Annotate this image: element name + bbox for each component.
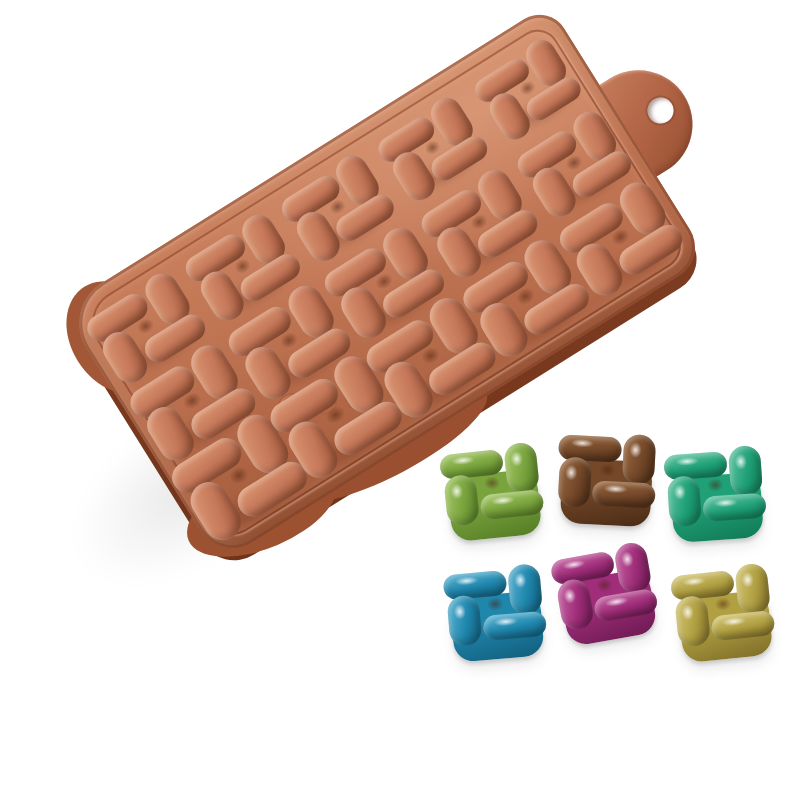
knot-lobe	[702, 493, 767, 522]
gloss-highlight	[490, 615, 522, 628]
knot-lobe	[482, 611, 547, 641]
knot-lobe	[443, 474, 480, 527]
gloss-highlight	[718, 615, 751, 629]
knot-lobe	[710, 610, 775, 641]
gloss-highlight	[560, 584, 579, 607]
gloss-highlight	[600, 483, 632, 495]
gloss-highlight	[487, 494, 520, 508]
hanging-hole	[643, 93, 679, 129]
knot-lobe	[507, 563, 543, 616]
gloss-highlight	[566, 437, 598, 449]
gloss-highlight	[671, 455, 703, 468]
gloss-highlight	[710, 497, 742, 510]
knot-lobe	[558, 457, 592, 509]
gloss-highlight	[511, 570, 529, 592]
knot-lobe	[591, 480, 655, 508]
gloss-highlight	[671, 481, 688, 503]
knot-lobe	[674, 595, 711, 648]
knot-lobe	[728, 445, 763, 497]
magenta-candy	[547, 538, 664, 650]
candy-knot	[437, 439, 547, 530]
knot-center-dimple	[596, 460, 619, 479]
lime-green-candy	[437, 439, 548, 545]
gloss-highlight	[563, 462, 580, 484]
knot-lobe	[555, 577, 595, 632]
chocolate-brown-candy	[554, 428, 661, 529]
candy-knot	[554, 428, 660, 514]
emerald-green-candy	[662, 443, 770, 546]
knot-lobe	[622, 434, 656, 486]
gloss-highlight	[450, 574, 482, 587]
knot-center-dimple	[483, 594, 507, 614]
candy-knot	[441, 561, 550, 650]
product-photo-scene	[0, 0, 800, 800]
gloss-highlight	[508, 448, 526, 471]
mold-cavity-grid	[61, 3, 549, 308]
knot-lobe	[734, 563, 771, 616]
candy-knot	[662, 443, 769, 531]
gloss-highlight	[557, 557, 590, 573]
gloss-highlight	[678, 574, 711, 588]
teal-blue-candy	[441, 561, 551, 666]
gloss-highlight	[447, 453, 480, 467]
olive-yellow-candy	[668, 560, 779, 666]
knot-center-dimple	[480, 473, 504, 493]
knot-center-dimple	[711, 594, 735, 614]
knot-lobe	[503, 442, 540, 495]
gloss-highlight	[618, 548, 637, 571]
gloss-highlight	[600, 594, 633, 610]
knot-center-dimple	[704, 475, 728, 494]
knot-lobe	[667, 475, 702, 527]
gloss-highlight	[448, 480, 466, 503]
gloss-highlight	[732, 451, 749, 473]
knot-lobe	[447, 595, 483, 648]
gloss-highlight	[451, 601, 469, 623]
gloss-highlight	[739, 569, 757, 592]
gloss-highlight	[627, 439, 644, 461]
knot-lobe	[479, 489, 544, 520]
candy-knot	[668, 560, 778, 651]
knot-lobe	[613, 541, 653, 596]
gloss-highlight	[679, 601, 697, 624]
